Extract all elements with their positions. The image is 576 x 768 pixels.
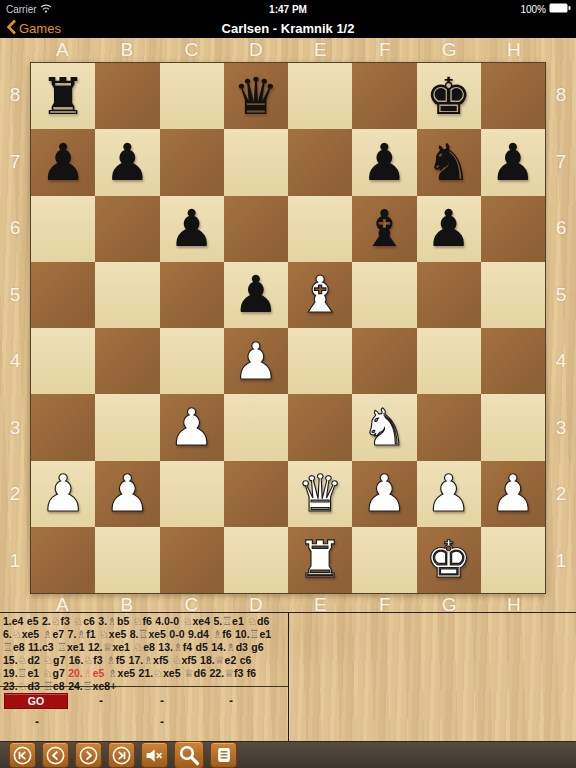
rank-label: 6	[0, 195, 30, 262]
current-move: 20.♗e5	[68, 667, 104, 679]
piece-white-pawn-f2[interactable]: ♟	[352, 461, 416, 527]
rank-label: 6	[546, 195, 576, 262]
piece-black-pawn-b7[interactable]: ♟	[95, 129, 159, 195]
square-f1[interactable]	[352, 527, 416, 593]
step-forward-icon	[78, 745, 99, 766]
go-button[interactable]: GO	[4, 693, 68, 709]
square-g6[interactable]: ♟	[417, 196, 481, 262]
ranks-right: 87654321	[546, 62, 576, 594]
square-e3[interactable]	[288, 394, 352, 460]
rank-label: 8	[546, 62, 576, 129]
square-d4[interactable]: ♟	[224, 328, 288, 394]
square-a7[interactable]: ♟	[31, 129, 95, 195]
piece-black-knight-g7[interactable]: ♞	[417, 129, 481, 195]
piece-white-pawn-a2[interactable]: ♟	[31, 461, 95, 527]
sound-off-icon	[144, 745, 165, 766]
square-g8[interactable]: ♚	[417, 63, 481, 129]
file-label: H	[482, 38, 547, 62]
square-e5[interactable]: ♝	[288, 262, 352, 328]
move-list[interactable]: 1.e4 e5 2.♘f3 ♘c6 3.♗b5 ♘f6 4.0-0 ♘xe4 5…	[0, 613, 288, 687]
square-h5[interactable]	[481, 262, 545, 328]
file-label: E	[288, 38, 353, 62]
square-g5[interactable]	[417, 262, 481, 328]
piece-black-pawn-f7[interactable]: ♟	[352, 129, 416, 195]
square-d2[interactable]	[224, 461, 288, 527]
clock: 1:47 PM	[0, 4, 576, 15]
square-a8[interactable]: ♜	[31, 63, 95, 129]
engine-value: -	[72, 694, 130, 708]
notation-button[interactable]	[210, 742, 237, 768]
side-panel	[289, 613, 576, 741]
piece-black-rook-a8[interactable]: ♜	[31, 63, 95, 129]
square-b1[interactable]	[95, 527, 159, 593]
square-e7[interactable]	[288, 129, 352, 195]
piece-black-queen-d8[interactable]: ♛	[224, 63, 288, 129]
square-h3[interactable]	[481, 394, 545, 460]
piece-white-queen-e2[interactable]: ♛	[288, 461, 352, 527]
rank-label: 8	[0, 62, 30, 129]
square-a2[interactable]: ♟	[31, 461, 95, 527]
square-f6[interactable]: ♝	[352, 196, 416, 262]
notation-list-icon	[214, 745, 234, 765]
rank-label: 2	[0, 461, 30, 528]
rank-label: 3	[546, 395, 576, 462]
piece-black-pawn-g6[interactable]: ♟	[417, 196, 481, 262]
rank-label: 4	[546, 328, 576, 395]
square-e8[interactable]	[288, 63, 352, 129]
square-d5[interactable]: ♟	[224, 262, 288, 328]
analyze-button[interactable]	[174, 741, 204, 768]
rank-label: 7	[546, 129, 576, 196]
square-h4[interactable]	[481, 328, 545, 394]
piece-black-pawn-a7[interactable]: ♟	[31, 129, 95, 195]
square-c8[interactable]	[160, 63, 224, 129]
piece-white-pawn-h2[interactable]: ♟	[481, 461, 545, 527]
ranks-left: 87654321	[0, 62, 30, 594]
rank-label: 1	[0, 528, 30, 595]
skip-to-start-icon	[12, 745, 33, 766]
toolbar	[0, 741, 576, 768]
square-g4[interactable]	[417, 328, 481, 394]
engine-value: -	[130, 715, 194, 729]
square-d7[interactable]	[224, 129, 288, 195]
square-d8[interactable]: ♛	[224, 63, 288, 129]
page-title: Carlsen - Kramnik 1/2	[0, 18, 576, 38]
engine-panel: GO-----	[0, 687, 288, 741]
square-d1[interactable]	[224, 527, 288, 593]
square-a1[interactable]	[31, 527, 95, 593]
square-f7[interactable]: ♟	[352, 129, 416, 195]
square-b8[interactable]	[95, 63, 159, 129]
rank-label: 3	[0, 395, 30, 462]
square-a6[interactable]	[31, 196, 95, 262]
app-screen: Carrier 1:47 PM 100%	[0, 0, 576, 768]
square-b6[interactable]	[95, 196, 159, 262]
square-d3[interactable]	[224, 394, 288, 460]
piece-white-pawn-c3[interactable]: ♟	[160, 394, 224, 460]
square-g2[interactable]: ♟	[417, 461, 481, 527]
piece-white-pawn-d4[interactable]: ♟	[224, 328, 288, 394]
square-f8[interactable]	[352, 63, 416, 129]
move-list-column: 1.e4 e5 2.♘f3 ♘c6 3.♗b5 ♘f6 4.0-0 ♘xe4 5…	[0, 613, 289, 741]
piece-white-pawn-g2[interactable]: ♟	[417, 461, 481, 527]
piece-black-king-g8[interactable]: ♚	[417, 63, 481, 129]
skip-to-start-button[interactable]	[9, 742, 36, 768]
square-a5[interactable]	[31, 262, 95, 328]
square-h7[interactable]: ♟	[481, 129, 545, 195]
piece-white-knight-f3[interactable]: ♞	[352, 394, 416, 460]
nav-bar: Games Carlsen - Kramnik 1/2	[0, 18, 576, 38]
square-a3[interactable]	[31, 394, 95, 460]
rank-label: 5	[546, 262, 576, 329]
engine-value: -	[130, 694, 194, 708]
files-top: ABCDEFGH	[30, 38, 546, 62]
magnifier-icon	[177, 743, 201, 767]
step-forward-button[interactable]	[75, 742, 102, 768]
square-h6[interactable]	[481, 196, 545, 262]
rank-label: 2	[546, 461, 576, 528]
step-back-icon	[45, 745, 66, 766]
square-b5[interactable]	[95, 262, 159, 328]
piece-black-bishop-f6[interactable]: ♝	[352, 196, 416, 262]
square-f4[interactable]	[352, 328, 416, 394]
square-g7[interactable]: ♞	[417, 129, 481, 195]
square-f2[interactable]: ♟	[352, 461, 416, 527]
square-c6[interactable]: ♟	[160, 196, 224, 262]
piece-black-pawn-c6[interactable]: ♟	[160, 196, 224, 262]
square-h8[interactable]	[481, 63, 545, 129]
square-h2[interactable]: ♟	[481, 461, 545, 527]
square-g1[interactable]: ♚	[417, 527, 481, 593]
chess-board: ♜♛♚♟♟♟♞♟♟♝♟♟♝♟♟♞♟♟♛♟♟♟♜♚	[30, 62, 546, 594]
rank-label: 5	[0, 262, 30, 329]
piece-white-bishop-e5[interactable]: ♝	[288, 262, 352, 328]
square-b7[interactable]: ♟	[95, 129, 159, 195]
engine-value: -	[2, 715, 72, 729]
square-e1[interactable]: ♜	[288, 527, 352, 593]
square-c3[interactable]: ♟	[160, 394, 224, 460]
engine-value: -	[194, 694, 268, 708]
battery-percent: 100%	[520, 4, 546, 15]
square-c7[interactable]	[160, 129, 224, 195]
piece-white-rook-e1[interactable]: ♜	[288, 527, 352, 593]
file-label: A	[30, 38, 95, 62]
skip-to-end-icon	[111, 745, 132, 766]
rank-label: 7	[0, 129, 30, 196]
square-e6[interactable]	[288, 196, 352, 262]
square-b3[interactable]	[95, 394, 159, 460]
piece-white-pawn-b2[interactable]: ♟	[95, 461, 159, 527]
square-e4[interactable]	[288, 328, 352, 394]
file-label: G	[417, 38, 482, 62]
moves-panel: 1.e4 e5 2.♘f3 ♘c6 3.♗b5 ♘f6 4.0-0 ♘xe4 5…	[0, 612, 576, 741]
rank-label: 4	[0, 328, 30, 395]
square-h1[interactable]	[481, 527, 545, 593]
status-bar: Carrier 1:47 PM 100%	[0, 0, 576, 18]
piece-black-pawn-d5[interactable]: ♟	[224, 262, 288, 328]
battery-icon	[549, 3, 571, 15]
skip-to-end-button[interactable]	[108, 742, 135, 768]
square-g3[interactable]	[417, 394, 481, 460]
engine-row: --	[0, 713, 288, 730]
engine-cell: GO	[2, 693, 72, 709]
square-b2[interactable]: ♟	[95, 461, 159, 527]
square-d6[interactable]	[224, 196, 288, 262]
file-label: D	[224, 38, 289, 62]
sound-off-button[interactable]	[141, 742, 168, 768]
square-c5[interactable]	[160, 262, 224, 328]
square-c4[interactable]	[160, 328, 224, 394]
piece-black-pawn-h7[interactable]: ♟	[481, 129, 545, 195]
square-c2[interactable]	[160, 461, 224, 527]
engine-row: GO---	[0, 692, 288, 709]
square-f5[interactable]	[352, 262, 416, 328]
file-label: B	[95, 38, 160, 62]
square-c1[interactable]	[160, 527, 224, 593]
files-bottom: ABCDEFGH	[30, 594, 546, 612]
square-b4[interactable]	[95, 328, 159, 394]
square-e2[interactable]: ♛	[288, 461, 352, 527]
file-label: C	[159, 38, 224, 62]
square-f3[interactable]: ♞	[352, 394, 416, 460]
rank-label: 1	[546, 528, 576, 595]
square-a4[interactable]	[31, 328, 95, 394]
piece-white-king-g1[interactable]: ♚	[417, 527, 481, 593]
file-label: F	[353, 38, 418, 62]
board-area: ABCDEFGH 87654321 87654321 ♜♛♚♟♟♟♞♟♟♝♟♟♝…	[0, 38, 576, 741]
step-back-button[interactable]	[42, 742, 69, 768]
